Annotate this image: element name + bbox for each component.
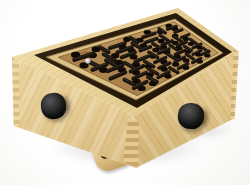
- front-tilt-knob[interactable]: [177, 102, 206, 131]
- maze-board-canvas: [0, 0, 250, 185]
- labyrinth-game-photo: [0, 0, 250, 185]
